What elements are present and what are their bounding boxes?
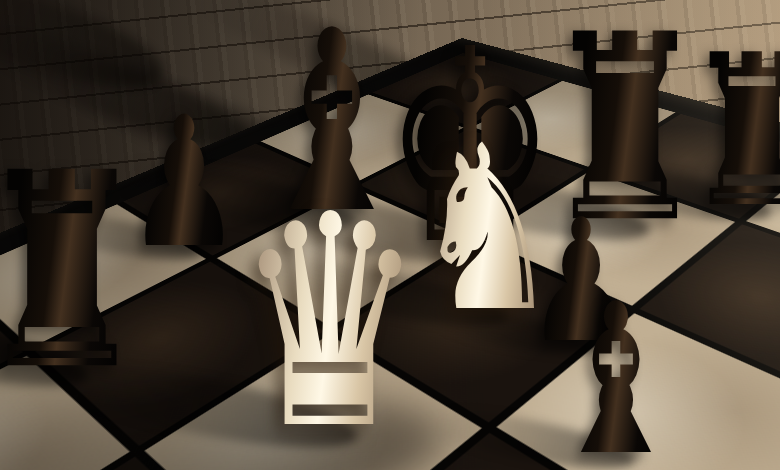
piece-black-bishop-g4[interactable]: ♝ (549, 276, 683, 470)
piece-black-rook-a6[interactable]: ♜ (0, 137, 149, 406)
piece-layer: ♝♜♜♚♟♞♟♜♛♝ (0, 0, 780, 470)
piece-white-queen-d5[interactable]: ♛ (235, 176, 424, 469)
